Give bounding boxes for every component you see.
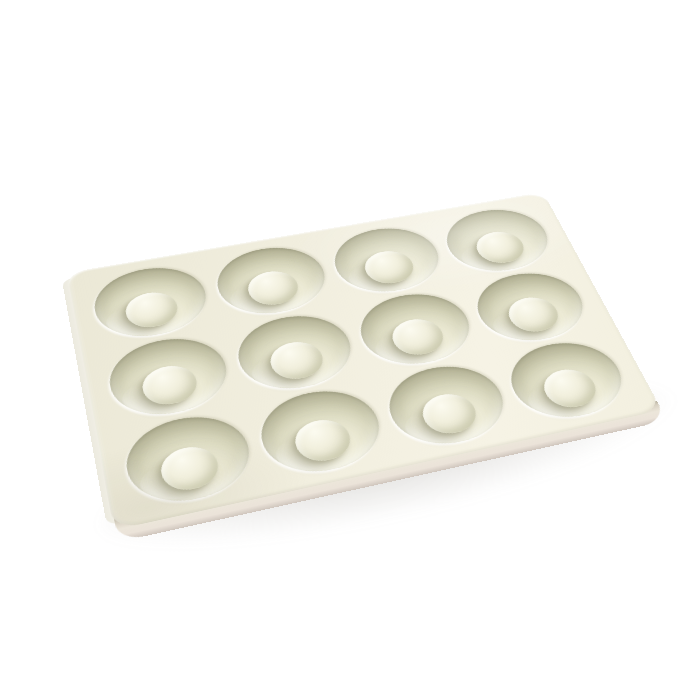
cavity-center-bump <box>157 442 222 495</box>
cavity-r3c1 <box>119 408 258 512</box>
cavity-center-bump <box>360 248 419 287</box>
cavity-r2c1 <box>103 330 235 423</box>
cavity-center-bump <box>139 362 201 409</box>
cavity-center-bump <box>122 289 181 331</box>
cavity-r1c1 <box>89 260 214 344</box>
cavity-r2c2 <box>230 308 362 398</box>
cavity-r2c4 <box>465 266 596 349</box>
cavity-r1c3 <box>325 221 450 299</box>
cavity-center-bump <box>502 294 564 336</box>
cavity-r1c4 <box>436 203 561 278</box>
cavity-r2c3 <box>350 286 482 372</box>
cavity-r3c3 <box>378 358 517 454</box>
cavity-center-bump <box>266 338 328 383</box>
cavity-center-bump <box>290 415 356 465</box>
baking-pan <box>66 192 662 530</box>
cavity-r1c2 <box>210 241 335 322</box>
cavity-center-bump <box>416 390 482 438</box>
cavity-r3c2 <box>252 382 391 482</box>
cavity-center-bump <box>387 315 449 358</box>
cavity-center-bump <box>537 365 603 411</box>
cavity-r3c4 <box>498 335 637 427</box>
cavity-center-bump <box>244 268 303 309</box>
product-photo-scene <box>0 0 700 700</box>
cavity-center-bump <box>471 228 530 266</box>
